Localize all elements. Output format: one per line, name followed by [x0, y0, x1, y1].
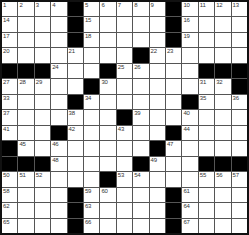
cell-r9c13[interactable] — [199, 126, 214, 140]
cell-r7c3[interactable] — [35, 95, 50, 109]
cell-r4c8[interactable] — [117, 48, 132, 62]
block-r6c6 — [84, 79, 99, 93]
cell-r14c1[interactable]: 62 — [2, 203, 17, 217]
cell-r14c4[interactable] — [51, 203, 66, 217]
cell-r4c6[interactable] — [84, 48, 99, 62]
cell-r1c3[interactable]: 3 — [35, 2, 50, 16]
block-r14c5 — [68, 203, 83, 217]
block-r11c1 — [2, 157, 17, 171]
clue-number-64: 64 — [183, 203, 189, 210]
cell-r15c14[interactable] — [215, 219, 230, 233]
cell-r4c7[interactable] — [100, 48, 115, 62]
clue-number-51: 51 — [19, 172, 25, 179]
cell-r7c6[interactable]: 34 — [84, 95, 99, 109]
cell-r14c10[interactable] — [150, 203, 165, 217]
cell-r2c3[interactable] — [35, 17, 50, 31]
cell-r3c3[interactable] — [35, 33, 50, 47]
clue-number-12: 12 — [216, 2, 222, 9]
block-r9c11 — [166, 126, 181, 140]
clue-number-21: 21 — [69, 48, 75, 55]
cell-r12c5[interactable] — [68, 172, 83, 186]
clue-number-54: 54 — [134, 172, 140, 179]
clue-number-2: 2 — [19, 2, 22, 9]
cell-r13c9[interactable] — [133, 188, 148, 202]
cell-r9c5[interactable]: 42 — [68, 126, 83, 140]
clue-number-53: 53 — [118, 172, 124, 179]
cell-r12c4[interactable] — [51, 172, 66, 186]
cell-r12c13[interactable]: 55 — [199, 172, 214, 186]
clue-number-25: 25 — [118, 64, 124, 71]
cell-r10c3[interactable] — [35, 141, 50, 155]
clue-number-39: 39 — [134, 110, 140, 117]
cell-r2c13[interactable] — [199, 17, 214, 31]
cell-r5c10[interactable] — [150, 64, 165, 78]
clue-number-4: 4 — [52, 2, 55, 9]
cell-r8c1[interactable]: 37 — [2, 110, 17, 124]
cell-r13c10[interactable] — [150, 188, 165, 202]
clue-number-20: 20 — [3, 48, 9, 55]
cell-r9c7[interactable] — [100, 126, 115, 140]
cell-r6c8[interactable] — [117, 79, 132, 93]
cell-r15c8[interactable] — [117, 219, 132, 233]
clue-number-27: 27 — [3, 79, 9, 86]
clue-number-65: 65 — [3, 219, 9, 226]
cell-r4c12[interactable] — [182, 48, 197, 62]
cell-r3c8[interactable] — [117, 33, 132, 47]
cell-r9c14[interactable] — [215, 126, 230, 140]
cell-r10c4[interactable]: 46 — [51, 141, 66, 155]
clue-number-33: 33 — [3, 95, 9, 102]
cell-r5c5[interactable] — [68, 64, 83, 78]
cell-r15c15[interactable] — [232, 219, 247, 233]
cell-r6c9[interactable] — [133, 79, 148, 93]
cell-r3c12[interactable]: 19 — [182, 33, 197, 47]
cell-r14c12[interactable]: 64 — [182, 203, 197, 217]
clue-number-16: 16 — [183, 17, 189, 24]
block-r11c13 — [199, 157, 214, 171]
clue-number-52: 52 — [36, 172, 42, 179]
block-r12c7 — [100, 172, 115, 186]
clue-number-49: 49 — [151, 157, 157, 164]
cell-r1c4[interactable]: 4 — [51, 2, 66, 16]
clue-number-57: 57 — [233, 172, 239, 179]
cell-r3c14[interactable] — [215, 33, 230, 47]
cell-r12c9[interactable]: 54 — [133, 172, 148, 186]
block-r5c2 — [18, 64, 33, 78]
clue-number-59: 59 — [85, 188, 91, 195]
cell-r9c10[interactable] — [150, 126, 165, 140]
block-r1c5 — [68, 2, 83, 16]
cell-r8c13[interactable] — [199, 110, 214, 124]
cell-r8c5[interactable]: 38 — [68, 110, 83, 124]
cell-r9c2[interactable] — [18, 126, 33, 140]
cell-r1c1[interactable]: 1 — [2, 2, 17, 16]
clue-number-6: 6 — [101, 2, 104, 9]
clue-number-36: 36 — [233, 95, 239, 102]
cell-r6c10[interactable] — [150, 79, 165, 93]
cell-r2c10[interactable] — [150, 17, 165, 31]
block-r10c1 — [2, 141, 17, 155]
block-r5c7 — [100, 64, 115, 78]
clue-number-30: 30 — [101, 79, 107, 86]
block-r5c13 — [199, 64, 214, 78]
clue-number-18: 18 — [85, 33, 91, 40]
cell-r10c6[interactable] — [84, 141, 99, 155]
cell-r2c1[interactable]: 14 — [2, 17, 17, 31]
block-r11c3 — [35, 157, 50, 171]
cell-r7c15[interactable]: 36 — [232, 95, 247, 109]
cell-r8c4[interactable] — [51, 110, 66, 124]
cell-r4c13[interactable] — [199, 48, 214, 62]
cell-r3c13[interactable] — [199, 33, 214, 47]
cell-r4c2[interactable] — [18, 48, 33, 62]
cell-r1c15[interactable]: 13 — [232, 2, 247, 16]
cell-r12c1[interactable]: 50 — [2, 172, 17, 186]
cell-r3c7[interactable] — [100, 33, 115, 47]
clue-number-47: 47 — [167, 141, 173, 148]
clue-number-41: 41 — [3, 126, 9, 133]
cell-r10c7[interactable] — [100, 141, 115, 155]
cell-r13c4[interactable] — [51, 188, 66, 202]
block-r2c5 — [68, 17, 83, 31]
cell-r2c6[interactable]: 15 — [84, 17, 99, 31]
cell-r10c13[interactable] — [199, 141, 214, 155]
cell-r12c15[interactable]: 57 — [232, 172, 247, 186]
cell-r11c5[interactable] — [68, 157, 83, 171]
cell-r12c2[interactable]: 51 — [18, 172, 33, 186]
block-r11c2 — [18, 157, 33, 171]
cell-r13c1[interactable]: 58 — [2, 188, 17, 202]
cell-r3c2[interactable] — [18, 33, 33, 47]
cell-r10c11[interactable]: 47 — [166, 141, 181, 155]
cell-r1c14[interactable]: 12 — [215, 2, 230, 16]
block-r5c1 — [2, 64, 17, 78]
cell-r13c15[interactable] — [232, 188, 247, 202]
cell-r4c4[interactable] — [51, 48, 66, 62]
clue-number-38: 38 — [69, 110, 75, 117]
clue-number-44: 44 — [183, 126, 189, 133]
cell-r4c1[interactable]: 20 — [2, 48, 17, 62]
cell-r3c9[interactable] — [133, 33, 148, 47]
cell-r4c15[interactable] — [232, 48, 247, 62]
cell-r5c11[interactable] — [166, 64, 181, 78]
cell-r1c2[interactable]: 2 — [18, 2, 33, 16]
cell-r2c12[interactable]: 16 — [182, 17, 197, 31]
clue-number-48: 48 — [52, 157, 58, 164]
cell-r15c3[interactable] — [35, 219, 50, 233]
clue-number-5: 5 — [85, 2, 88, 9]
cell-r3c1[interactable]: 17 — [2, 33, 17, 47]
clue-number-35: 35 — [200, 95, 206, 102]
clue-number-8: 8 — [134, 2, 137, 9]
clue-number-14: 14 — [3, 17, 9, 24]
block-r4c9 — [133, 48, 148, 62]
cell-r14c6[interactable]: 63 — [84, 203, 99, 217]
cell-r14c3[interactable] — [35, 203, 50, 217]
block-r13c11 — [166, 188, 181, 202]
cell-r8c6[interactable] — [84, 110, 99, 124]
block-r2c11 — [166, 17, 181, 31]
cell-r11c8[interactable] — [117, 157, 132, 171]
clue-number-55: 55 — [200, 172, 206, 179]
cell-r7c8[interactable] — [117, 95, 132, 109]
cell-r8c11[interactable] — [166, 110, 181, 124]
cell-r10c12[interactable] — [182, 141, 197, 155]
clue-number-61: 61 — [183, 188, 189, 195]
block-r7c5 — [68, 95, 83, 109]
cell-r8c15[interactable] — [232, 110, 247, 124]
cell-r6c1[interactable]: 27 — [2, 79, 17, 93]
clue-number-13: 13 — [233, 2, 239, 9]
block-r5c3 — [35, 64, 50, 78]
cell-r5c9[interactable]: 26 — [133, 64, 148, 78]
clue-number-19: 19 — [183, 33, 189, 40]
block-r8c8 — [117, 110, 132, 124]
clue-number-40: 40 — [183, 110, 189, 117]
cell-r8c9[interactable]: 39 — [133, 110, 148, 124]
cell-r5c6[interactable] — [84, 64, 99, 78]
clue-number-24: 24 — [52, 64, 58, 71]
cell-r6c7[interactable]: 30 — [100, 79, 115, 93]
cell-r14c14[interactable] — [215, 203, 230, 217]
clue-number-9: 9 — [151, 2, 154, 9]
clue-number-67: 67 — [183, 219, 189, 226]
cell-r11c7[interactable] — [100, 157, 115, 171]
cell-r7c4[interactable] — [51, 95, 66, 109]
cell-r4c3[interactable] — [35, 48, 50, 62]
clue-number-3: 3 — [36, 2, 39, 9]
cell-r15c6[interactable]: 66 — [84, 219, 99, 233]
cell-r7c11[interactable] — [166, 95, 181, 109]
cell-r8c14[interactable] — [215, 110, 230, 124]
block-r7c12 — [182, 95, 197, 109]
cell-r9c1[interactable]: 41 — [2, 126, 17, 140]
cell-r14c15[interactable] — [232, 203, 247, 217]
clue-number-50: 50 — [3, 172, 9, 179]
block-r11c14 — [215, 157, 230, 171]
clue-number-63: 63 — [85, 203, 91, 210]
cell-r3c15[interactable] — [232, 33, 247, 47]
clue-number-31: 31 — [200, 79, 206, 86]
cell-r15c13[interactable] — [199, 219, 214, 233]
cell-r12c3[interactable]: 52 — [35, 172, 50, 186]
cell-r2c2[interactable] — [18, 17, 33, 31]
cell-r11c12[interactable] — [182, 157, 197, 171]
clue-number-45: 45 — [19, 141, 25, 148]
clue-number-29: 29 — [36, 79, 42, 86]
cell-r2c9[interactable] — [133, 17, 148, 31]
block-r11c9 — [133, 157, 148, 171]
cell-r4c11[interactable]: 23 — [166, 48, 181, 62]
cell-r12c8[interactable]: 53 — [117, 172, 132, 186]
cell-r6c3[interactable]: 29 — [35, 79, 50, 93]
cell-r2c15[interactable] — [232, 17, 247, 31]
cell-r11c11[interactable] — [166, 157, 181, 171]
block-r15c11 — [166, 219, 181, 233]
cell-r9c8[interactable]: 43 — [117, 126, 132, 140]
block-r15c5 — [68, 219, 83, 233]
cell-r14c2[interactable] — [18, 203, 33, 217]
cell-r9c12[interactable]: 44 — [182, 126, 197, 140]
cell-r7c2[interactable] — [18, 95, 33, 109]
cell-r13c8[interactable] — [117, 188, 132, 202]
clue-number-42: 42 — [69, 126, 75, 133]
cell-r3c6[interactable]: 18 — [84, 33, 99, 47]
clue-number-32: 32 — [216, 79, 222, 86]
cell-r10c15[interactable] — [232, 141, 247, 155]
cell-r1c8[interactable]: 7 — [117, 2, 132, 16]
block-r13c5 — [68, 188, 83, 202]
cell-r4c5[interactable]: 21 — [68, 48, 83, 62]
cell-r1c13[interactable]: 11 — [199, 2, 214, 16]
cell-r6c5[interactable] — [68, 79, 83, 93]
clue-number-37: 37 — [3, 110, 9, 117]
clue-number-7: 7 — [118, 2, 121, 9]
cell-r5c4[interactable]: 24 — [51, 64, 66, 78]
cell-r5c12[interactable] — [182, 64, 197, 78]
cell-r14c13[interactable] — [199, 203, 214, 217]
cell-r6c13[interactable]: 31 — [199, 79, 214, 93]
block-r11c15 — [232, 157, 247, 171]
cell-r15c9[interactable] — [133, 219, 148, 233]
cell-r1c6[interactable]: 5 — [84, 2, 99, 16]
cell-r11c4[interactable]: 48 — [51, 157, 66, 171]
cell-r9c3[interactable] — [35, 126, 50, 140]
cell-r15c2[interactable] — [18, 219, 33, 233]
cell-r10c2[interactable]: 45 — [18, 141, 33, 155]
cell-r14c7[interactable] — [100, 203, 115, 217]
cell-r13c14[interactable] — [215, 188, 230, 202]
clue-number-1: 1 — [3, 2, 6, 9]
cell-r11c6[interactable] — [84, 157, 99, 171]
cell-r5c8[interactable]: 25 — [117, 64, 132, 78]
clue-number-23: 23 — [167, 48, 173, 55]
cell-r12c10[interactable] — [150, 172, 165, 186]
clue-number-11: 11 — [200, 2, 206, 9]
cell-r15c1[interactable]: 65 — [2, 219, 17, 233]
cell-r8c10[interactable] — [150, 110, 165, 124]
cell-r6c4[interactable] — [51, 79, 66, 93]
cell-r12c6[interactable] — [84, 172, 99, 186]
cell-r3c4[interactable] — [51, 33, 66, 47]
cell-r4c10[interactable]: 22 — [150, 48, 165, 62]
cell-r12c11[interactable] — [166, 172, 181, 186]
cell-r8c2[interactable] — [18, 110, 33, 124]
cell-r13c13[interactable] — [199, 188, 214, 202]
clue-number-66: 66 — [85, 219, 91, 226]
block-r1c11 — [166, 2, 181, 16]
block-r10c10 — [150, 141, 165, 155]
cell-r7c14[interactable] — [215, 95, 230, 109]
cell-r8c12[interactable]: 40 — [182, 110, 197, 124]
cell-r7c1[interactable]: 33 — [2, 95, 17, 109]
clue-number-28: 28 — [19, 79, 25, 86]
cell-r8c3[interactable] — [35, 110, 50, 124]
block-r5c15 — [232, 64, 247, 78]
cell-r7c13[interactable]: 35 — [199, 95, 214, 109]
block-r9c4 — [51, 126, 66, 140]
clue-number-26: 26 — [134, 64, 140, 71]
cell-r4c14[interactable] — [215, 48, 230, 62]
block-r14c11 — [166, 203, 181, 217]
cell-r15c12[interactable]: 67 — [182, 219, 197, 233]
cell-r2c14[interactable] — [215, 17, 230, 31]
cell-r9c15[interactable] — [232, 126, 247, 140]
cell-r15c7[interactable] — [100, 219, 115, 233]
cell-r8c7[interactable] — [100, 110, 115, 124]
cell-r10c5[interactable] — [68, 141, 83, 155]
cell-r13c7[interactable]: 60 — [100, 188, 115, 202]
cell-r9c6[interactable] — [84, 126, 99, 140]
cell-r13c6[interactable]: 59 — [84, 188, 99, 202]
cell-r2c7[interactable] — [100, 17, 115, 31]
clue-number-60: 60 — [101, 188, 107, 195]
cell-r13c2[interactable] — [18, 188, 33, 202]
clue-number-34: 34 — [85, 95, 91, 102]
cell-r3c10[interactable] — [150, 33, 165, 47]
clue-number-43: 43 — [118, 126, 124, 133]
cell-r7c9[interactable] — [133, 95, 148, 109]
block-r5c14 — [215, 64, 230, 78]
cell-r13c3[interactable] — [35, 188, 50, 202]
cell-r1c10[interactable]: 9 — [150, 2, 165, 16]
cell-r11c10[interactable]: 49 — [150, 157, 165, 171]
cell-r10c14[interactable] — [215, 141, 230, 155]
cell-r7c10[interactable] — [150, 95, 165, 109]
cell-r6c14[interactable]: 32 — [215, 79, 230, 93]
cell-r6c11[interactable] — [166, 79, 181, 93]
clue-number-62: 62 — [3, 203, 9, 210]
cell-r6c12[interactable] — [182, 79, 197, 93]
cell-r2c4[interactable] — [51, 17, 66, 31]
clue-number-56: 56 — [216, 172, 222, 179]
cell-r7c7[interactable] — [100, 95, 115, 109]
cell-r2c8[interactable] — [117, 17, 132, 31]
cell-r1c12[interactable]: 10 — [182, 2, 197, 16]
cell-r1c9[interactable]: 8 — [133, 2, 148, 16]
cell-r10c8[interactable] — [117, 141, 132, 155]
clue-number-17: 17 — [3, 33, 9, 40]
cell-r9c9[interactable] — [133, 126, 148, 140]
clue-number-46: 46 — [52, 141, 58, 148]
block-r3c5 — [68, 33, 83, 47]
cell-r15c4[interactable] — [51, 219, 66, 233]
clue-number-10: 10 — [183, 2, 189, 9]
clue-number-22: 22 — [151, 48, 157, 55]
cell-r12c14[interactable]: 56 — [215, 172, 230, 186]
crossword-grid: 1234567891011121314151617181920212223242… — [0, 0, 249, 235]
cell-r6c2[interactable]: 28 — [18, 79, 33, 93]
cell-r10c9[interactable] — [133, 141, 148, 155]
cell-r13c12[interactable]: 61 — [182, 188, 197, 202]
cell-r14c9[interactable] — [133, 203, 148, 217]
cell-r1c7[interactable]: 6 — [100, 2, 115, 16]
clue-number-15: 15 — [85, 17, 91, 24]
block-r3c11 — [166, 33, 181, 47]
cell-r12c12[interactable] — [182, 172, 197, 186]
cell-r14c8[interactable] — [117, 203, 132, 217]
clue-number-58: 58 — [3, 188, 9, 195]
cell-r15c10[interactable] — [150, 219, 165, 233]
block-r6c15 — [232, 79, 247, 93]
